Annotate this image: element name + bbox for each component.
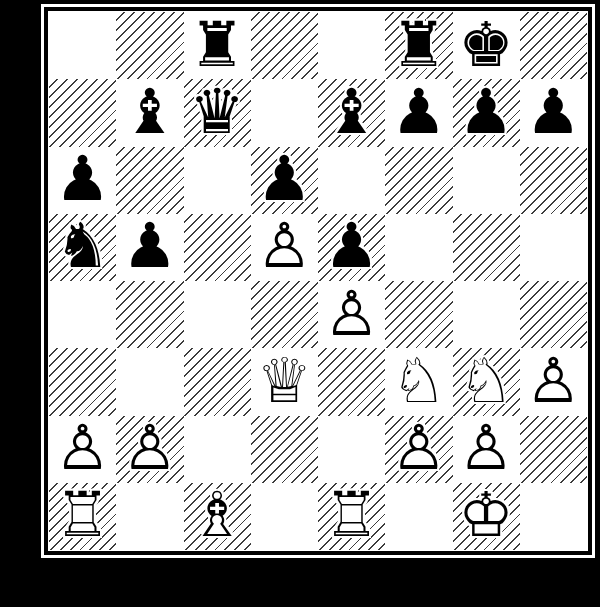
square-h3[interactable]: ♟♙ bbox=[520, 348, 587, 415]
black-pawn-icon: ♟ bbox=[257, 148, 313, 210]
square-a4[interactable] bbox=[49, 281, 116, 348]
piece-white-pawn[interactable]: ♟♙ bbox=[116, 416, 183, 483]
white-rook-icon: ♖ bbox=[324, 484, 380, 546]
square-e7[interactable]: ♝♝ bbox=[318, 79, 385, 146]
square-a5[interactable]: ♞♞ bbox=[49, 214, 116, 281]
square-g5[interactable] bbox=[453, 214, 520, 281]
black-queen-icon: ♛ bbox=[189, 81, 245, 143]
piece-black-bishop[interactable]: ♝♝ bbox=[116, 79, 183, 146]
square-h7[interactable]: ♟♟ bbox=[520, 79, 587, 146]
black-king-icon: ♚ bbox=[458, 13, 514, 75]
piece-black-pawn[interactable]: ♟♟ bbox=[318, 214, 385, 281]
square-e2[interactable] bbox=[318, 416, 385, 483]
square-b8[interactable] bbox=[116, 12, 183, 79]
piece-white-bishop[interactable]: ♝♗ bbox=[184, 483, 251, 550]
square-g2[interactable]: ♟♙ bbox=[453, 416, 520, 483]
piece-white-queen[interactable]: ♛♕ bbox=[251, 348, 318, 415]
piece-white-pawn[interactable]: ♟♙ bbox=[385, 416, 452, 483]
black-pawn-icon: ♟ bbox=[324, 215, 380, 277]
square-f6[interactable] bbox=[385, 147, 452, 214]
square-a8[interactable] bbox=[49, 12, 116, 79]
white-rook-icon: ♖ bbox=[55, 484, 111, 546]
piece-black-rook[interactable]: ♜♜ bbox=[385, 12, 452, 79]
square-e4[interactable]: ♟♙ bbox=[318, 281, 385, 348]
piece-black-bishop[interactable]: ♝♝ bbox=[318, 79, 385, 146]
piece-black-pawn[interactable]: ♟♟ bbox=[385, 79, 452, 146]
square-c1[interactable]: ♝♗ bbox=[184, 483, 251, 550]
square-d7[interactable] bbox=[251, 79, 318, 146]
square-h8[interactable] bbox=[520, 12, 587, 79]
black-bishop-icon: ♝ bbox=[122, 81, 178, 143]
square-b3[interactable] bbox=[116, 348, 183, 415]
white-king-icon: ♔ bbox=[458, 484, 514, 546]
square-f8[interactable]: ♜♜ bbox=[385, 12, 452, 79]
square-d5[interactable]: ♟♙ bbox=[251, 214, 318, 281]
white-pawn-icon: ♙ bbox=[257, 215, 313, 277]
square-b7[interactable]: ♝♝ bbox=[116, 79, 183, 146]
piece-white-king[interactable]: ♚♔ bbox=[453, 483, 520, 550]
square-b6[interactable] bbox=[116, 147, 183, 214]
square-d4[interactable] bbox=[251, 281, 318, 348]
black-pawn-icon: ♟ bbox=[391, 81, 447, 143]
square-g1[interactable]: ♚♔ bbox=[453, 483, 520, 550]
piece-black-pawn[interactable]: ♟♟ bbox=[116, 214, 183, 281]
square-e8[interactable] bbox=[318, 12, 385, 79]
piece-white-knight[interactable]: ♞♘ bbox=[385, 348, 452, 415]
piece-black-pawn[interactable]: ♟♟ bbox=[49, 147, 116, 214]
square-d6[interactable]: ♟♟ bbox=[251, 147, 318, 214]
black-pawn-icon: ♟ bbox=[122, 215, 178, 277]
square-a1[interactable]: ♜♖ bbox=[49, 483, 116, 550]
square-c3[interactable] bbox=[184, 348, 251, 415]
square-g4[interactable] bbox=[453, 281, 520, 348]
square-g3[interactable]: ♞♘ bbox=[453, 348, 520, 415]
square-e3[interactable] bbox=[318, 348, 385, 415]
square-f1[interactable] bbox=[385, 483, 452, 550]
piece-black-knight[interactable]: ♞♞ bbox=[49, 214, 116, 281]
black-pawn-icon: ♟ bbox=[55, 148, 111, 210]
square-d1[interactable] bbox=[251, 483, 318, 550]
piece-black-queen[interactable]: ♛♛ bbox=[184, 79, 251, 146]
piece-white-rook[interactable]: ♜♖ bbox=[49, 483, 116, 550]
square-f7[interactable]: ♟♟ bbox=[385, 79, 452, 146]
square-f5[interactable] bbox=[385, 214, 452, 281]
black-knight-icon: ♞ bbox=[55, 215, 111, 277]
piece-white-pawn[interactable]: ♟♙ bbox=[453, 416, 520, 483]
square-h2[interactable] bbox=[520, 416, 587, 483]
square-a2[interactable]: ♟♙ bbox=[49, 416, 116, 483]
square-g8[interactable]: ♚♚ bbox=[453, 12, 520, 79]
white-pawn-icon: ♙ bbox=[391, 417, 447, 479]
square-e5[interactable]: ♟♟ bbox=[318, 214, 385, 281]
black-pawn-icon: ♟ bbox=[458, 81, 514, 143]
square-h5[interactable] bbox=[520, 214, 587, 281]
piece-white-pawn[interactable]: ♟♙ bbox=[318, 281, 385, 348]
square-b4[interactable] bbox=[116, 281, 183, 348]
square-g7[interactable]: ♟♟ bbox=[453, 79, 520, 146]
black-rook-icon: ♜ bbox=[189, 13, 245, 75]
square-f4[interactable] bbox=[385, 281, 452, 348]
square-g6[interactable] bbox=[453, 147, 520, 214]
piece-black-king[interactable]: ♚♚ bbox=[453, 12, 520, 79]
white-pawn-icon: ♙ bbox=[526, 350, 582, 412]
white-pawn-icon: ♙ bbox=[458, 417, 514, 479]
square-d8[interactable] bbox=[251, 12, 318, 79]
white-pawn-icon: ♙ bbox=[122, 417, 178, 479]
square-d2[interactable] bbox=[251, 416, 318, 483]
black-pawn-icon: ♟ bbox=[526, 81, 582, 143]
white-knight-icon: ♘ bbox=[458, 350, 514, 412]
piece-black-pawn[interactable]: ♟♟ bbox=[520, 79, 587, 146]
square-c4[interactable] bbox=[184, 281, 251, 348]
square-f3[interactable]: ♞♘ bbox=[385, 348, 452, 415]
square-f2[interactable]: ♟♙ bbox=[385, 416, 452, 483]
square-a7[interactable] bbox=[49, 79, 116, 146]
piece-black-pawn[interactable]: ♟♟ bbox=[251, 147, 318, 214]
square-a3[interactable] bbox=[49, 348, 116, 415]
black-rook-icon: ♜ bbox=[391, 13, 447, 75]
chess-board-frame: ♜♜♜♜♚♚♝♝♛♛♝♝♟♟♟♟♟♟♟♟♟♟♞♞♟♟♟♙♟♟♟♙♛♕♞♘♞♘♟♙… bbox=[44, 7, 592, 555]
square-h1[interactable] bbox=[520, 483, 587, 550]
square-c6[interactable] bbox=[184, 147, 251, 214]
square-e1[interactable]: ♜♖ bbox=[318, 483, 385, 550]
piece-white-pawn[interactable]: ♟♙ bbox=[49, 416, 116, 483]
piece-white-rook[interactable]: ♜♖ bbox=[318, 483, 385, 550]
chess-board: ♜♜♜♜♚♚♝♝♛♛♝♝♟♟♟♟♟♟♟♟♟♟♞♞♟♟♟♙♟♟♟♙♛♕♞♘♞♘♟♙… bbox=[49, 12, 587, 550]
canvas-background: { "game": "chess", "view": "static-diagr… bbox=[0, 0, 600, 607]
square-c2[interactable] bbox=[184, 416, 251, 483]
square-b2[interactable]: ♟♙ bbox=[116, 416, 183, 483]
piece-white-pawn[interactable]: ♟♙ bbox=[251, 214, 318, 281]
square-d3[interactable]: ♛♕ bbox=[251, 348, 318, 415]
square-c7[interactable]: ♛♛ bbox=[184, 79, 251, 146]
square-h4[interactable] bbox=[520, 281, 587, 348]
square-a6[interactable]: ♟♟ bbox=[49, 147, 116, 214]
white-knight-icon: ♘ bbox=[391, 350, 447, 412]
white-bishop-icon: ♗ bbox=[189, 484, 245, 546]
square-h6[interactable] bbox=[520, 147, 587, 214]
piece-black-rook[interactable]: ♜♜ bbox=[184, 12, 251, 79]
square-e6[interactable] bbox=[318, 147, 385, 214]
white-pawn-icon: ♙ bbox=[324, 282, 380, 344]
square-b1[interactable] bbox=[116, 483, 183, 550]
piece-white-knight[interactable]: ♞♘ bbox=[453, 348, 520, 415]
square-b5[interactable]: ♟♟ bbox=[116, 214, 183, 281]
piece-white-pawn[interactable]: ♟♙ bbox=[520, 348, 587, 415]
square-c5[interactable] bbox=[184, 214, 251, 281]
square-c8[interactable]: ♜♜ bbox=[184, 12, 251, 79]
piece-black-pawn[interactable]: ♟♟ bbox=[453, 79, 520, 146]
black-bishop-icon: ♝ bbox=[324, 81, 380, 143]
white-pawn-icon: ♙ bbox=[55, 417, 111, 479]
white-queen-icon: ♕ bbox=[257, 350, 313, 412]
